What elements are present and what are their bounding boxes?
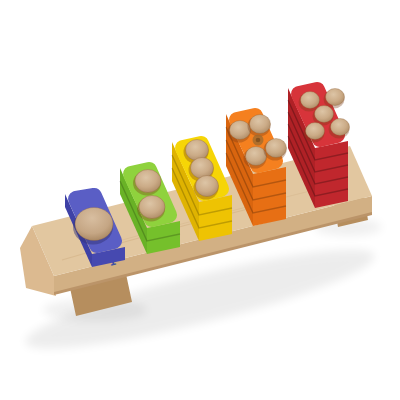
peg (135, 170, 161, 193)
brand-logo-stamp-detail (256, 138, 261, 143)
peg (139, 196, 165, 219)
peg (230, 121, 251, 140)
peg (306, 123, 325, 140)
toy-illustration: 1 2 3 4 5 (0, 0, 400, 400)
peg (246, 147, 267, 166)
yellow-stack-front-face (199, 195, 232, 241)
red-stack-front-face (315, 141, 348, 208)
peg (331, 119, 350, 136)
peg (250, 115, 271, 134)
peg (326, 89, 345, 106)
peg (301, 92, 320, 109)
peg (191, 158, 214, 179)
peg (196, 176, 219, 197)
peg (186, 140, 209, 161)
product-photo-wooden-counting-toy: 1 2 3 4 5 (0, 0, 400, 400)
peg (315, 106, 334, 123)
peg (266, 139, 287, 158)
peg (75, 208, 113, 241)
